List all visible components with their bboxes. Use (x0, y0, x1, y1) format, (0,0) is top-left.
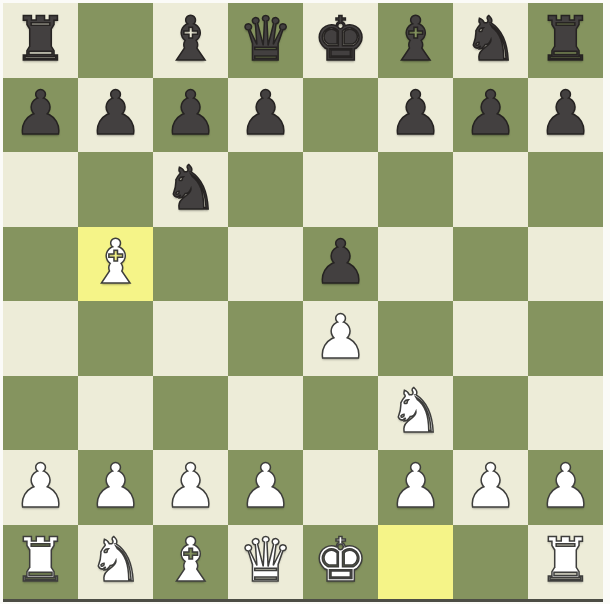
piece-black-pawn[interactable]: ♟ (388, 82, 443, 143)
square-a7[interactable]: ♟ (3, 78, 78, 153)
piece-white-pawn[interactable]: ♟ (388, 455, 443, 516)
piece-white-pawn[interactable]: ♟ (163, 455, 218, 516)
piece-black-pawn[interactable]: ♟ (538, 82, 593, 143)
square-e6[interactable] (303, 152, 378, 227)
square-f6[interactable] (378, 152, 453, 227)
piece-white-pawn[interactable]: ♟ (463, 455, 518, 516)
square-f4[interactable] (378, 301, 453, 376)
piece-black-pawn[interactable]: ♟ (463, 82, 518, 143)
page: ♜♝♛♚♝♞♜♟♟♟♟♟♟♟♞♝♟♟♞♟♟♟♟♟♟♟♜♞♝♛♚♜ (0, 0, 610, 604)
square-e7[interactable] (303, 78, 378, 153)
piece-black-knight[interactable]: ♞ (163, 157, 218, 218)
square-g5[interactable] (453, 227, 528, 302)
square-d8[interactable]: ♛ (228, 3, 303, 78)
square-c5[interactable] (153, 227, 228, 302)
piece-black-queen[interactable]: ♛ (238, 8, 293, 69)
chess-board: ♜♝♛♚♝♞♜♟♟♟♟♟♟♟♞♝♟♟♞♟♟♟♟♟♟♟♜♞♝♛♚♜ (3, 3, 603, 602)
square-a1[interactable]: ♜ (3, 525, 78, 600)
square-c2[interactable]: ♟ (153, 450, 228, 525)
square-e5[interactable]: ♟ (303, 227, 378, 302)
piece-black-pawn[interactable]: ♟ (88, 82, 143, 143)
square-d6[interactable] (228, 152, 303, 227)
square-h6[interactable] (528, 152, 603, 227)
square-b1[interactable]: ♞ (78, 525, 153, 600)
piece-black-pawn[interactable]: ♟ (163, 82, 218, 143)
square-d7[interactable]: ♟ (228, 78, 303, 153)
square-d1[interactable]: ♛ (228, 525, 303, 600)
piece-white-pawn[interactable]: ♟ (13, 455, 68, 516)
square-d2[interactable]: ♟ (228, 450, 303, 525)
square-h7[interactable]: ♟ (528, 78, 603, 153)
piece-white-bishop[interactable]: ♝ (163, 529, 218, 590)
square-c8[interactable]: ♝ (153, 3, 228, 78)
piece-white-pawn[interactable]: ♟ (313, 306, 368, 367)
square-d3[interactable] (228, 376, 303, 451)
square-g8[interactable]: ♞ (453, 3, 528, 78)
piece-white-king[interactable]: ♚ (313, 529, 368, 590)
square-e8[interactable]: ♚ (303, 3, 378, 78)
square-b7[interactable]: ♟ (78, 78, 153, 153)
square-b8[interactable] (78, 3, 153, 78)
square-g3[interactable] (453, 376, 528, 451)
piece-white-rook[interactable]: ♜ (13, 529, 68, 590)
square-b5[interactable]: ♝ (78, 227, 153, 302)
piece-black-pawn[interactable]: ♟ (313, 231, 368, 292)
square-h3[interactable] (528, 376, 603, 451)
square-g2[interactable]: ♟ (453, 450, 528, 525)
square-h8[interactable]: ♜ (528, 3, 603, 78)
square-e2[interactable] (303, 450, 378, 525)
square-c4[interactable] (153, 301, 228, 376)
square-g6[interactable] (453, 152, 528, 227)
piece-white-pawn[interactable]: ♟ (238, 455, 293, 516)
square-f3[interactable]: ♞ (378, 376, 453, 451)
square-e4[interactable]: ♟ (303, 301, 378, 376)
square-a6[interactable] (3, 152, 78, 227)
piece-black-bishop[interactable]: ♝ (163, 8, 218, 69)
piece-black-knight[interactable]: ♞ (463, 8, 518, 69)
square-f1[interactable] (378, 525, 453, 600)
piece-black-pawn[interactable]: ♟ (238, 82, 293, 143)
piece-white-pawn[interactable]: ♟ (88, 455, 143, 516)
piece-black-pawn[interactable]: ♟ (13, 82, 68, 143)
piece-white-knight[interactable]: ♞ (88, 529, 143, 590)
square-e3[interactable] (303, 376, 378, 451)
square-c7[interactable]: ♟ (153, 78, 228, 153)
square-d4[interactable] (228, 301, 303, 376)
square-d5[interactable] (228, 227, 303, 302)
piece-black-rook[interactable]: ♜ (538, 8, 593, 69)
square-f5[interactable] (378, 227, 453, 302)
piece-black-king[interactable]: ♚ (313, 8, 368, 69)
piece-white-knight[interactable]: ♞ (388, 380, 443, 441)
square-f2[interactable]: ♟ (378, 450, 453, 525)
piece-white-pawn[interactable]: ♟ (538, 455, 593, 516)
piece-black-rook[interactable]: ♜ (13, 8, 68, 69)
square-c6[interactable]: ♞ (153, 152, 228, 227)
square-g7[interactable]: ♟ (453, 78, 528, 153)
square-a8[interactable]: ♜ (3, 3, 78, 78)
square-c3[interactable] (153, 376, 228, 451)
square-a4[interactable] (3, 301, 78, 376)
square-g4[interactable] (453, 301, 528, 376)
square-a3[interactable] (3, 376, 78, 451)
piece-white-rook[interactable]: ♜ (538, 529, 593, 590)
square-g1[interactable] (453, 525, 528, 600)
square-h1[interactable]: ♜ (528, 525, 603, 600)
square-f8[interactable]: ♝ (378, 3, 453, 78)
square-h4[interactable] (528, 301, 603, 376)
square-a2[interactable]: ♟ (3, 450, 78, 525)
square-c1[interactable]: ♝ (153, 525, 228, 600)
square-f7[interactable]: ♟ (378, 78, 453, 153)
square-b4[interactable] (78, 301, 153, 376)
piece-black-bishop[interactable]: ♝ (388, 8, 443, 69)
square-b6[interactable] (78, 152, 153, 227)
square-b2[interactable]: ♟ (78, 450, 153, 525)
piece-white-bishop[interactable]: ♝ (88, 231, 143, 292)
square-e1[interactable]: ♚ (303, 525, 378, 600)
square-h2[interactable]: ♟ (528, 450, 603, 525)
square-a5[interactable] (3, 227, 78, 302)
square-b3[interactable] (78, 376, 153, 451)
piece-white-queen[interactable]: ♛ (238, 529, 293, 590)
square-h5[interactable] (528, 227, 603, 302)
